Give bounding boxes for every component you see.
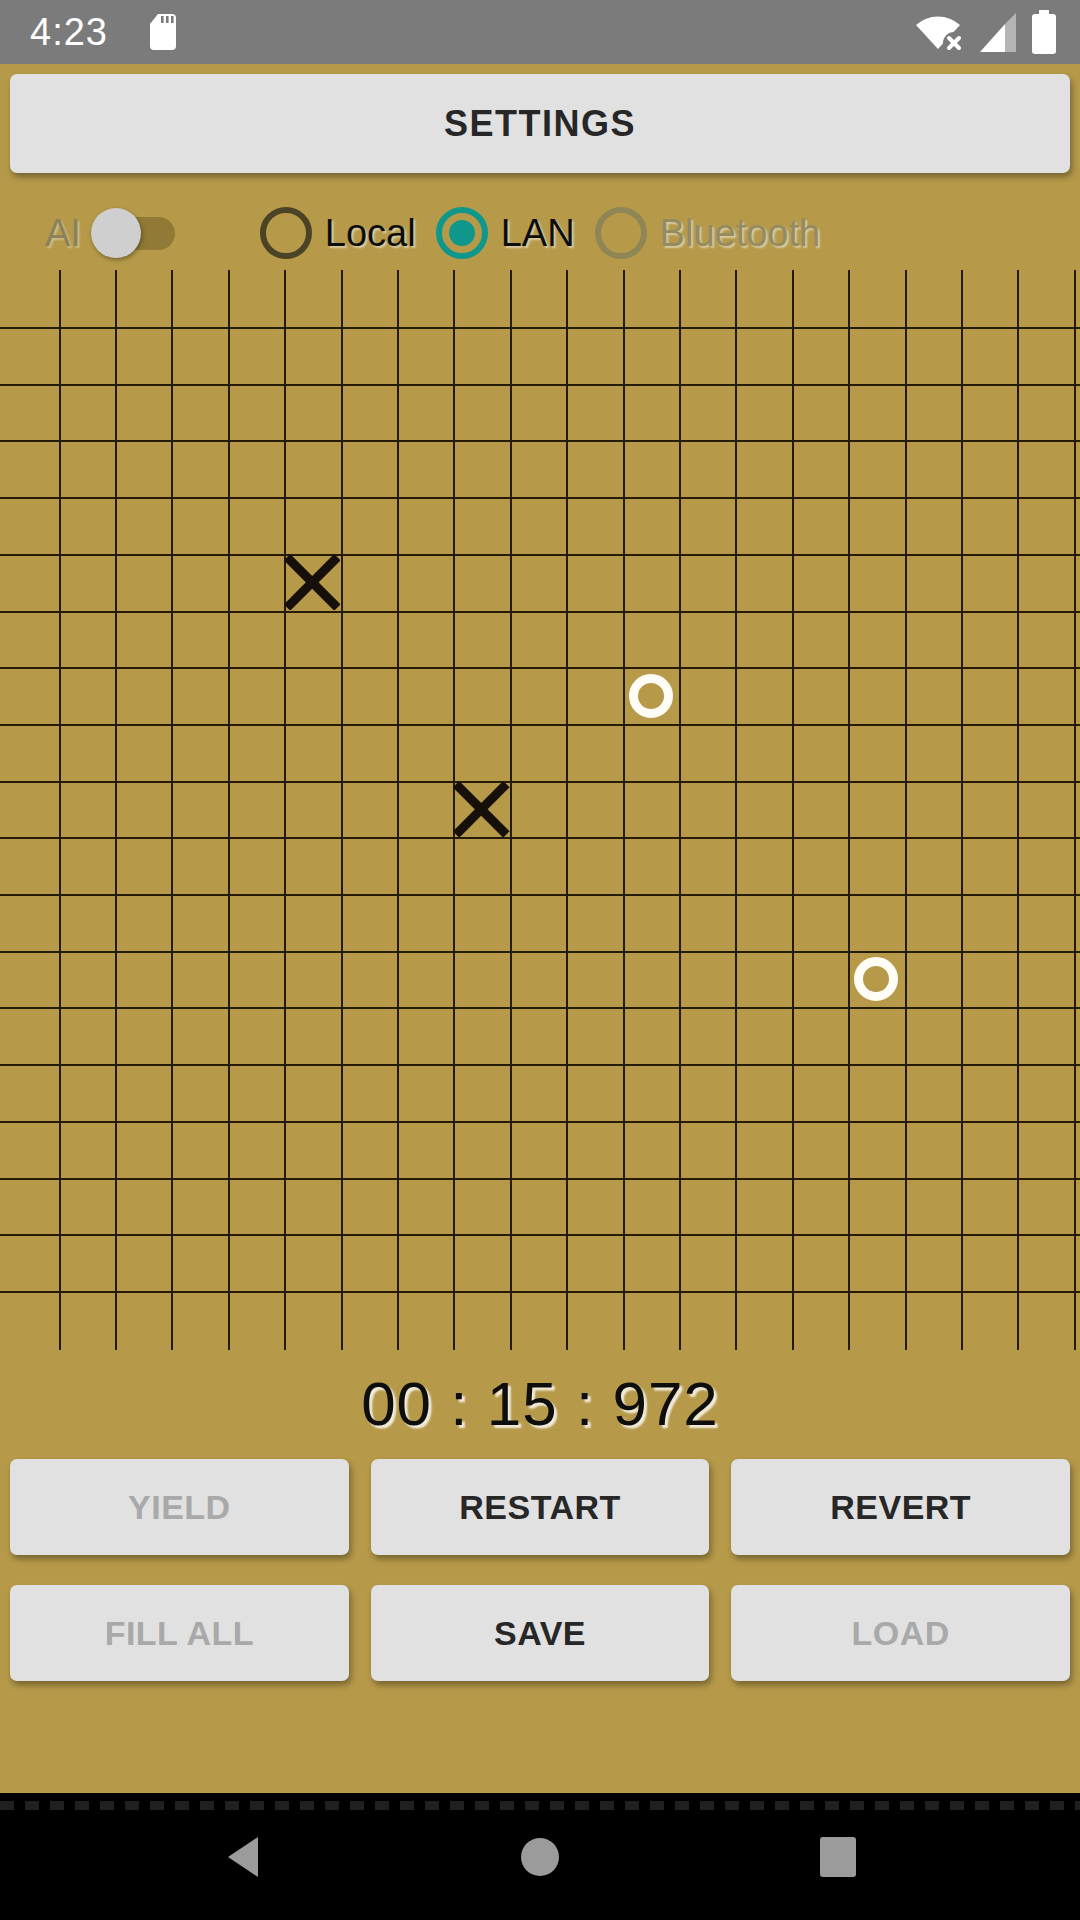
revert-button[interactable]: REVERT (731, 1459, 1070, 1555)
ai-label: AI (45, 212, 81, 255)
clock-text: 4:23 (30, 11, 108, 54)
ai-switch[interactable] (91, 207, 177, 259)
wifi-no-connection-icon (914, 11, 966, 53)
radio-lan-circle[interactable] (436, 207, 488, 259)
load-button: LOAD (731, 1585, 1070, 1681)
piece-o (623, 667, 679, 724)
ai-toggle-group[interactable]: AI (45, 207, 177, 259)
timer-display: 00 : 15 : 972 (0, 1368, 1080, 1439)
radio-bluetooth: Bluetooth (595, 207, 821, 259)
settings-button[interactable]: SETTINGS (10, 74, 1070, 173)
yield-button: YIELD (10, 1459, 349, 1555)
recents-icon[interactable] (816, 1835, 860, 1879)
status-bar: 4:23 (0, 0, 1080, 64)
piece-x (453, 781, 509, 838)
cell-signal-icon (978, 11, 1018, 53)
save-button[interactable]: SAVE (371, 1585, 710, 1681)
radio-local-label: Local (325, 212, 416, 255)
radio-bluetooth-label: Bluetooth (660, 212, 821, 255)
radio-lan-label: LAN (501, 212, 575, 255)
sd-card-icon (148, 12, 178, 52)
ai-switch-thumb[interactable] (91, 208, 141, 258)
android-nav-bar (0, 1793, 1080, 1920)
radio-local-circle[interactable] (260, 207, 312, 259)
action-row-1: YIELD RESTART REVERT (10, 1459, 1070, 1555)
connection-mode-radios: Local LAN Bluetooth (260, 207, 820, 259)
radio-bluetooth-circle (595, 207, 647, 259)
battery-full-icon (1030, 9, 1058, 55)
back-icon[interactable] (220, 1835, 264, 1879)
piece-x (284, 554, 340, 611)
restart-button[interactable]: RESTART (371, 1459, 710, 1555)
home-icon[interactable] (518, 1835, 562, 1879)
controls-row: AI Local LAN Bluetooth (0, 194, 1080, 272)
board[interactable] (0, 270, 1080, 1350)
radio-lan[interactable]: LAN (436, 207, 575, 259)
fill-all-button: FILL ALL (10, 1585, 349, 1681)
piece-o (848, 951, 904, 1008)
radio-local[interactable]: Local (260, 207, 416, 259)
action-row-2: FILL ALL SAVE LOAD (10, 1585, 1070, 1681)
app-screen: 4:23 (0, 0, 1080, 1920)
